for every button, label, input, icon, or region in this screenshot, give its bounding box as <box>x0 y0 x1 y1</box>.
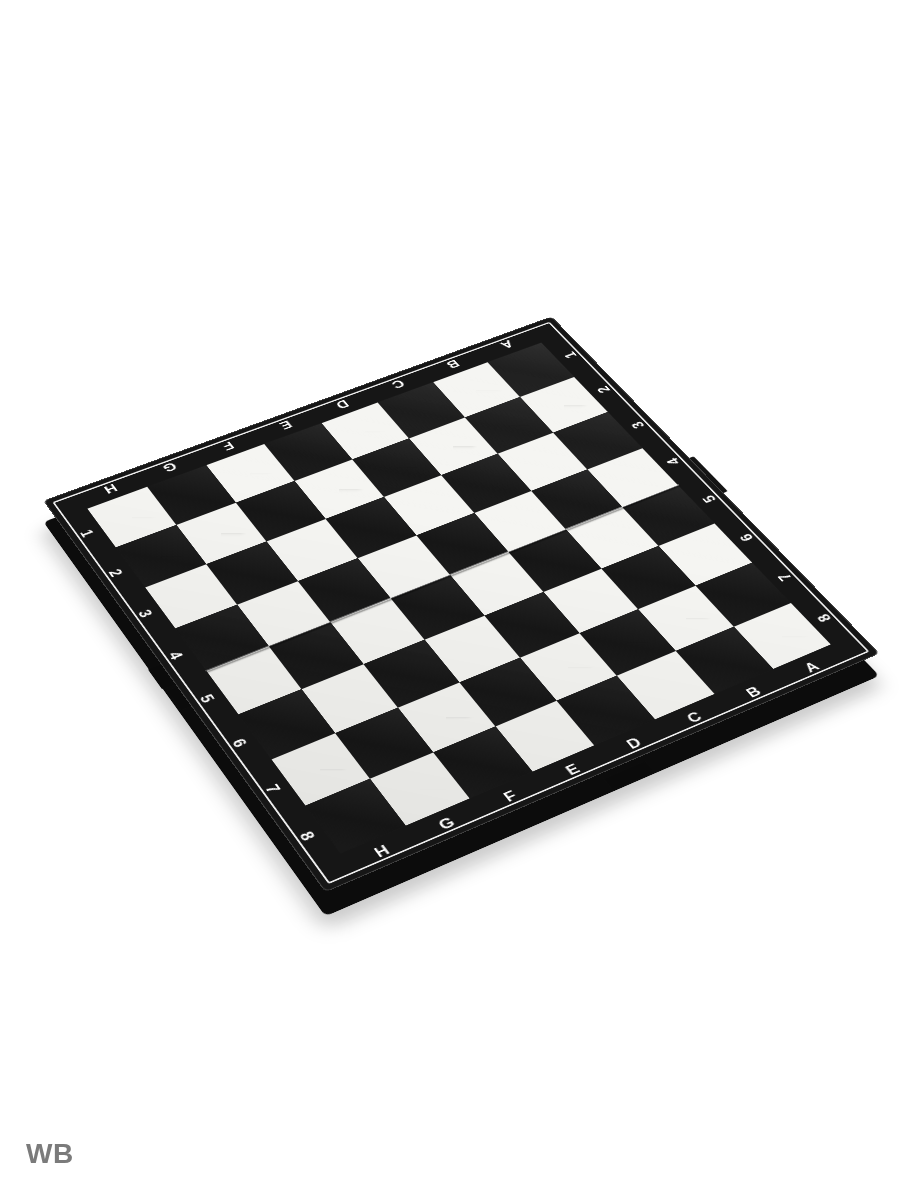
white-pawn-glyph: ♟ <box>478 362 539 430</box>
board-frame: 12345678 12345678 ABCDEFGH ABCDEFGH ♜♞♝♛… <box>43 316 880 892</box>
white-pawn-glyph: ♟ <box>308 424 371 494</box>
chess-board: 12345678 12345678 ABCDEFGH ABCDEFGH ♜♞♝♛… <box>43 316 880 892</box>
white-pawn-glyph: ♟ <box>189 467 253 538</box>
white-pawn-glyph: ♟ <box>366 403 428 472</box>
white-pawn-glyph: ♟ <box>249 445 312 515</box>
watermark: WB <box>26 1138 74 1170</box>
white-pawn-glyph: ♟ <box>422 382 484 451</box>
black-rook-glyph: ♜ <box>316 735 394 822</box>
product-photo: 12345678 12345678 ABCDEFGH ABCDEFGH ♜♞♝♛… <box>0 0 900 1200</box>
